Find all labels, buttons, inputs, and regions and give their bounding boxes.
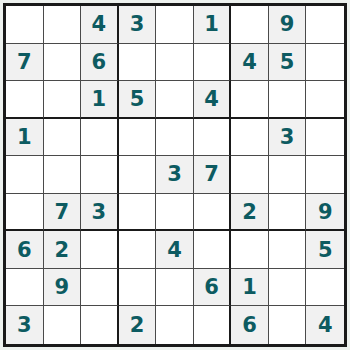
cell-r1c7[interactable] — [231, 6, 269, 44]
cell-r8c6[interactable]: 6 — [194, 269, 232, 307]
cell-r1c3[interactable]: 4 — [81, 6, 119, 44]
cell-r6c5[interactable] — [156, 194, 194, 232]
cell-r3c8[interactable] — [269, 81, 307, 119]
cell-r8c4[interactable] — [119, 269, 157, 307]
cell-r5c2[interactable] — [44, 156, 82, 194]
cell-r8c5[interactable] — [156, 269, 194, 307]
cell-r7c5[interactable]: 4 — [156, 231, 194, 269]
cell-r2c9[interactable] — [306, 44, 344, 82]
cell-r1c1[interactable] — [6, 6, 44, 44]
cell-r6c9[interactable]: 9 — [306, 194, 344, 232]
cell-r1c4[interactable]: 3 — [119, 6, 157, 44]
cell-r4c7[interactable] — [231, 119, 269, 157]
cell-r9c3[interactable] — [81, 306, 119, 344]
cell-r2c7[interactable]: 4 — [231, 44, 269, 82]
cell-r5c7[interactable] — [231, 156, 269, 194]
cell-r3c4[interactable]: 5 — [119, 81, 157, 119]
cell-r4c8[interactable]: 3 — [269, 119, 307, 157]
cell-r3c7[interactable] — [231, 81, 269, 119]
cell-r2c1[interactable]: 7 — [6, 44, 44, 82]
cell-r2c3[interactable]: 6 — [81, 44, 119, 82]
cell-r6c1[interactable] — [6, 194, 44, 232]
cell-r9c2[interactable] — [44, 306, 82, 344]
cell-r8c2[interactable]: 9 — [44, 269, 82, 307]
cell-r1c2[interactable] — [44, 6, 82, 44]
cell-r6c8[interactable] — [269, 194, 307, 232]
cell-r8c9[interactable] — [306, 269, 344, 307]
cell-r3c3[interactable]: 1 — [81, 81, 119, 119]
cell-r5c4[interactable] — [119, 156, 157, 194]
cell-r9c8[interactable] — [269, 306, 307, 344]
cell-r7c9[interactable]: 5 — [306, 231, 344, 269]
cell-r8c1[interactable] — [6, 269, 44, 307]
cell-r4c2[interactable] — [44, 119, 82, 157]
cell-r2c6[interactable] — [194, 44, 232, 82]
cell-r7c3[interactable] — [81, 231, 119, 269]
cell-r9c6[interactable] — [194, 306, 232, 344]
cell-r9c7[interactable]: 6 — [231, 306, 269, 344]
cell-r4c3[interactable] — [81, 119, 119, 157]
cell-r6c6[interactable] — [194, 194, 232, 232]
cell-r7c4[interactable] — [119, 231, 157, 269]
cell-r1c9[interactable] — [306, 6, 344, 44]
cell-r6c2[interactable]: 7 — [44, 194, 82, 232]
cell-r3c6[interactable]: 4 — [194, 81, 232, 119]
cell-r5c9[interactable] — [306, 156, 344, 194]
cell-r6c7[interactable]: 2 — [231, 194, 269, 232]
cell-r4c5[interactable] — [156, 119, 194, 157]
cell-r2c2[interactable] — [44, 44, 82, 82]
cell-r5c6[interactable]: 7 — [194, 156, 232, 194]
cell-r3c5[interactable] — [156, 81, 194, 119]
cell-r3c2[interactable] — [44, 81, 82, 119]
cell-r3c1[interactable] — [6, 81, 44, 119]
cell-r4c4[interactable] — [119, 119, 157, 157]
cell-r2c5[interactable] — [156, 44, 194, 82]
cell-r2c8[interactable]: 5 — [269, 44, 307, 82]
cell-r8c7[interactable]: 1 — [231, 269, 269, 307]
cell-r2c4[interactable] — [119, 44, 157, 82]
cell-r1c5[interactable] — [156, 6, 194, 44]
cell-r5c3[interactable] — [81, 156, 119, 194]
cell-r7c1[interactable]: 6 — [6, 231, 44, 269]
cell-r1c6[interactable]: 1 — [194, 6, 232, 44]
cell-r5c1[interactable] — [6, 156, 44, 194]
sudoku-board: 431976451541337732962459613264 — [3, 3, 347, 347]
cell-r9c4[interactable]: 2 — [119, 306, 157, 344]
cell-r7c2[interactable]: 2 — [44, 231, 82, 269]
cell-r7c8[interactable] — [269, 231, 307, 269]
cell-r9c1[interactable]: 3 — [6, 306, 44, 344]
cell-r7c6[interactable] — [194, 231, 232, 269]
cell-r5c8[interactable] — [269, 156, 307, 194]
cell-r4c6[interactable] — [194, 119, 232, 157]
cell-r3c9[interactable] — [306, 81, 344, 119]
cell-r6c4[interactable] — [119, 194, 157, 232]
cell-r1c8[interactable]: 9 — [269, 6, 307, 44]
cell-r7c7[interactable] — [231, 231, 269, 269]
cell-r6c3[interactable]: 3 — [81, 194, 119, 232]
cell-r8c3[interactable] — [81, 269, 119, 307]
cell-r5c5[interactable]: 3 — [156, 156, 194, 194]
cell-r9c5[interactable] — [156, 306, 194, 344]
cell-r4c1[interactable]: 1 — [6, 119, 44, 157]
cell-r8c8[interactable] — [269, 269, 307, 307]
cell-r4c9[interactable] — [306, 119, 344, 157]
cell-r9c9[interactable]: 4 — [306, 306, 344, 344]
